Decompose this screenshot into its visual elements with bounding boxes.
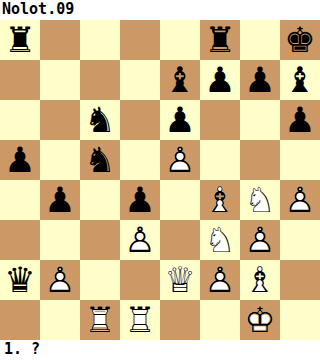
move-prompt: 1. ?: [0, 340, 320, 360]
square-b6[interactable]: [40, 100, 80, 140]
black-king[interactable]: ♚: [280, 20, 320, 60]
square-a8[interactable]: ♜: [0, 20, 40, 60]
square-a2[interactable]: ♛: [0, 260, 40, 300]
square-b5[interactable]: [40, 140, 80, 180]
square-g7[interactable]: ♟: [240, 60, 280, 100]
square-c6[interactable]: ♞: [80, 100, 120, 140]
white-pawn-icon: ♙: [280, 180, 320, 220]
chess-board: ♜♜♚♝♟♟♝♞♟♟♟♞♟♙♟♟♝♗♞♘♟♙♟♙♞♘♟♙♛♟♙♛♕♟♙♝♗♜♖♜…: [0, 20, 320, 340]
black-pawn-icon: ♟: [160, 100, 200, 140]
square-d6[interactable]: [120, 100, 160, 140]
black-pawn[interactable]: ♟: [200, 60, 240, 100]
square-b8[interactable]: [40, 20, 80, 60]
square-e5[interactable]: ♟♙: [160, 140, 200, 180]
square-b4[interactable]: ♟: [40, 180, 80, 220]
puzzle-title: Nolot.09: [0, 0, 320, 20]
white-pawn[interactable]: ♟♙: [160, 140, 200, 180]
white-pawn-icon: ♙: [240, 220, 280, 260]
square-g4[interactable]: ♞♘: [240, 180, 280, 220]
square-e2[interactable]: ♛♕: [160, 260, 200, 300]
square-h4[interactable]: ♟♙: [280, 180, 320, 220]
black-rook-icon: ♜: [200, 20, 240, 60]
black-bishop[interactable]: ♝: [280, 60, 320, 100]
black-rook-icon: ♜: [0, 20, 40, 60]
black-pawn[interactable]: ♟: [280, 100, 320, 140]
square-c7[interactable]: [80, 60, 120, 100]
square-f2[interactable]: ♟♙: [200, 260, 240, 300]
white-knight[interactable]: ♞♘: [200, 220, 240, 260]
white-queen-icon: ♕: [160, 260, 200, 300]
black-pawn[interactable]: ♟: [0, 140, 40, 180]
black-pawn[interactable]: ♟: [160, 100, 200, 140]
white-pawn-icon: ♙: [200, 260, 240, 300]
white-pawn-icon: ♙: [120, 220, 160, 260]
black-rook[interactable]: ♜: [0, 20, 40, 60]
white-knight-icon: ♘: [200, 220, 240, 260]
square-f6[interactable]: [200, 100, 240, 140]
square-c2[interactable]: [80, 260, 120, 300]
square-c3[interactable]: [80, 220, 120, 260]
square-b1[interactable]: [40, 300, 80, 340]
square-e1[interactable]: [160, 300, 200, 340]
square-d4[interactable]: ♟: [120, 180, 160, 220]
white-bishop[interactable]: ♝♗: [200, 180, 240, 220]
white-knight[interactable]: ♞♘: [240, 180, 280, 220]
white-rook-icon: ♖: [80, 300, 120, 340]
square-a6[interactable]: [0, 100, 40, 140]
square-h3[interactable]: [280, 220, 320, 260]
square-h5[interactable]: [280, 140, 320, 180]
white-rook[interactable]: ♜♖: [80, 300, 120, 340]
square-e3[interactable]: [160, 220, 200, 260]
square-g2[interactable]: ♝♗: [240, 260, 280, 300]
black-pawn-icon: ♟: [240, 60, 280, 100]
square-a7[interactable]: [0, 60, 40, 100]
white-bishop[interactable]: ♝♗: [240, 260, 280, 300]
black-knight[interactable]: ♞: [80, 140, 120, 180]
black-queen[interactable]: ♛: [0, 260, 40, 300]
square-a4[interactable]: [0, 180, 40, 220]
square-f3[interactable]: ♞♘: [200, 220, 240, 260]
square-d5[interactable]: [120, 140, 160, 180]
square-h2[interactable]: [280, 260, 320, 300]
square-h6[interactable]: ♟: [280, 100, 320, 140]
square-a1[interactable]: [0, 300, 40, 340]
white-king-icon: ♔: [240, 300, 280, 340]
square-h8[interactable]: ♚: [280, 20, 320, 60]
square-f1[interactable]: [200, 300, 240, 340]
square-e7[interactable]: ♝: [160, 60, 200, 100]
white-pawn[interactable]: ♟♙: [280, 180, 320, 220]
square-g8[interactable]: [240, 20, 280, 60]
square-g6[interactable]: [240, 100, 280, 140]
white-bishop-icon: ♗: [200, 180, 240, 220]
black-pawn-icon: ♟: [40, 180, 80, 220]
square-h7[interactable]: ♝: [280, 60, 320, 100]
square-e4[interactable]: [160, 180, 200, 220]
black-bishop-icon: ♝: [160, 60, 200, 100]
square-h1[interactable]: [280, 300, 320, 340]
square-b7[interactable]: [40, 60, 80, 100]
white-pawn[interactable]: ♟♙: [240, 220, 280, 260]
black-pawn-icon: ♟: [200, 60, 240, 100]
square-f8[interactable]: ♜: [200, 20, 240, 60]
white-pawn-icon: ♙: [160, 140, 200, 180]
black-pawn[interactable]: ♟: [120, 180, 160, 220]
black-rook[interactable]: ♜: [200, 20, 240, 60]
square-a3[interactable]: [0, 220, 40, 260]
white-pawn[interactable]: ♟♙: [200, 260, 240, 300]
white-rook[interactable]: ♜♖: [120, 300, 160, 340]
black-pawn-icon: ♟: [0, 140, 40, 180]
square-b3[interactable]: [40, 220, 80, 260]
black-king-icon: ♚: [280, 20, 320, 60]
black-knight[interactable]: ♞: [80, 100, 120, 140]
square-d2[interactable]: [120, 260, 160, 300]
black-knight-icon: ♞: [80, 100, 120, 140]
black-queen-icon: ♛: [0, 260, 40, 300]
square-d1[interactable]: ♜♖: [120, 300, 160, 340]
square-d3[interactable]: ♟♙: [120, 220, 160, 260]
black-pawn-icon: ♟: [280, 100, 320, 140]
white-queen[interactable]: ♛♕: [160, 260, 200, 300]
square-e8[interactable]: [160, 20, 200, 60]
square-d7[interactable]: [120, 60, 160, 100]
square-e6[interactable]: ♟: [160, 100, 200, 140]
square-f5[interactable]: [200, 140, 240, 180]
square-f7[interactable]: ♟: [200, 60, 240, 100]
square-g3[interactable]: ♟♙: [240, 220, 280, 260]
white-pawn[interactable]: ♟♙: [40, 260, 80, 300]
black-pawn[interactable]: ♟: [240, 60, 280, 100]
square-d8[interactable]: [120, 20, 160, 60]
square-c5[interactable]: ♞: [80, 140, 120, 180]
black-pawn[interactable]: ♟: [40, 180, 80, 220]
square-c8[interactable]: [80, 20, 120, 60]
square-b2[interactable]: ♟♙: [40, 260, 80, 300]
square-a5[interactable]: ♟: [0, 140, 40, 180]
white-bishop-icon: ♗: [240, 260, 280, 300]
square-g1[interactable]: ♚♔: [240, 300, 280, 340]
white-pawn[interactable]: ♟♙: [120, 220, 160, 260]
black-bishop-icon: ♝: [280, 60, 320, 100]
square-c4[interactable]: [80, 180, 120, 220]
square-c1[interactable]: ♜♖: [80, 300, 120, 340]
square-g5[interactable]: [240, 140, 280, 180]
white-knight-icon: ♘: [240, 180, 280, 220]
black-pawn-icon: ♟: [120, 180, 160, 220]
white-king[interactable]: ♚♔: [240, 300, 280, 340]
black-bishop[interactable]: ♝: [160, 60, 200, 100]
white-rook-icon: ♖: [120, 300, 160, 340]
black-knight-icon: ♞: [80, 140, 120, 180]
white-pawn-icon: ♙: [40, 260, 80, 300]
square-f4[interactable]: ♝♗: [200, 180, 240, 220]
